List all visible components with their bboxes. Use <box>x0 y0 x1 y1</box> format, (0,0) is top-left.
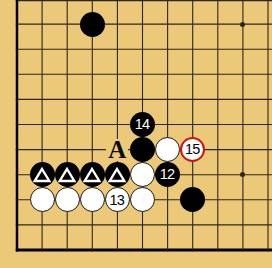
go-board-diagram: A14151213 <box>0 0 272 268</box>
triangle-mark-icon <box>58 167 76 183</box>
move-number-12: 12 <box>160 167 175 182</box>
move-number-14: 14 <box>135 117 150 132</box>
triangle-mark-icon <box>108 167 126 183</box>
stone-black-d4[interactable] <box>80 162 105 187</box>
stone-black-h3[interactable] <box>180 187 205 212</box>
move-number-13: 13 <box>110 193 125 208</box>
star-point <box>240 172 245 177</box>
stone-black-c4[interactable] <box>55 162 80 187</box>
stone-white-f3[interactable] <box>130 187 155 212</box>
stone-black-f5[interactable] <box>130 137 155 162</box>
stone-white-c3[interactable] <box>55 187 80 212</box>
move-number-15: 15 <box>185 142 200 157</box>
stone-white-d3[interactable] <box>80 187 105 212</box>
stone-white-h5[interactable]: 15 <box>180 137 205 162</box>
stone-black-d10[interactable] <box>80 12 105 37</box>
stone-white-e3[interactable]: 13 <box>105 187 130 212</box>
stone-white-g5[interactable] <box>155 137 180 162</box>
stone-black-f6[interactable]: 14 <box>130 112 155 137</box>
stone-white-b3[interactable] <box>30 187 55 212</box>
stone-white-f4[interactable] <box>130 162 155 187</box>
stone-black-g4[interactable]: 12 <box>155 162 180 187</box>
point-label-a: A <box>106 139 128 161</box>
triangle-mark-icon <box>83 167 101 183</box>
stone-black-b4[interactable] <box>30 162 55 187</box>
triangle-mark-icon <box>33 167 51 183</box>
star-point <box>240 22 245 27</box>
stones-layer[interactable]: A14151213 <box>4 0 272 263</box>
stone-black-e4[interactable] <box>105 162 130 187</box>
